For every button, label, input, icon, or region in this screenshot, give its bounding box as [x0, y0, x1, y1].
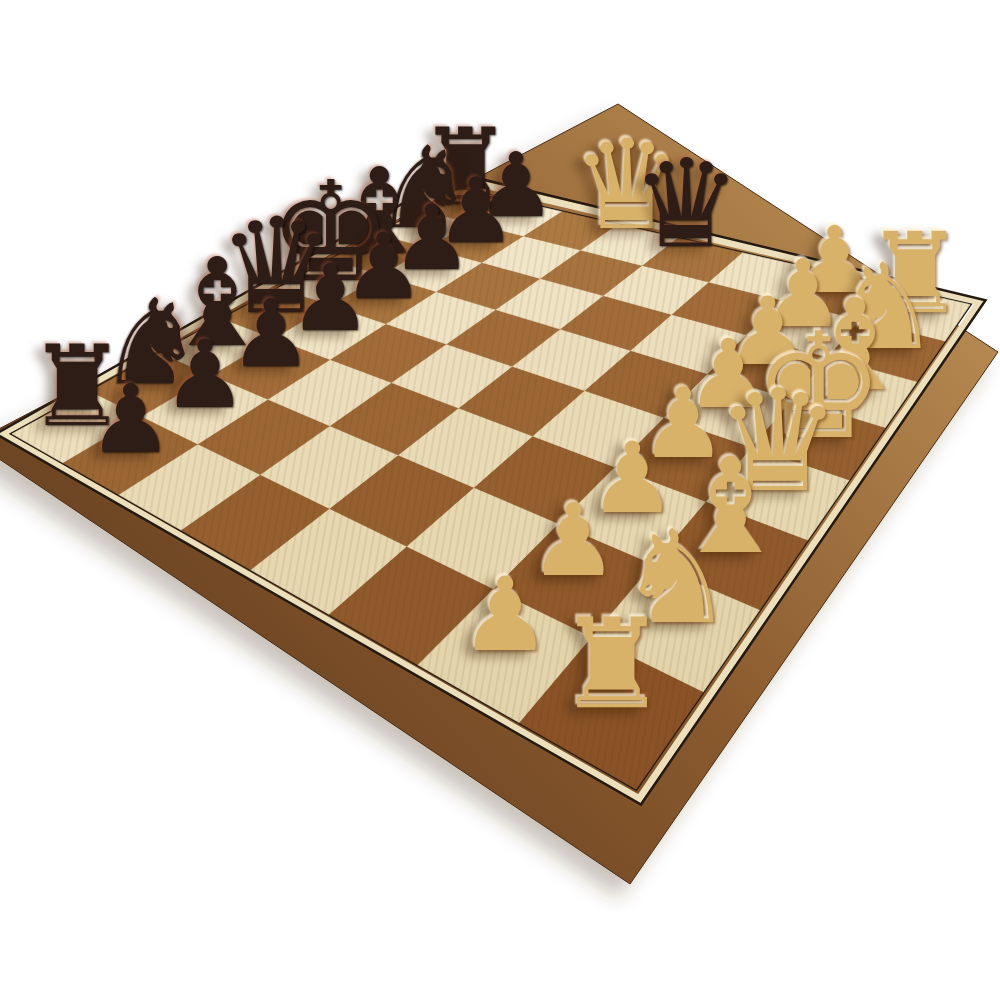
wood-grain-overlay — [12, 189, 970, 790]
chess-board — [0, 0, 1000, 1000]
photo-canvas: ♜♞♝♛♚♝♞♜♟♟♟♟♟♟♟♟♟♟♟♟♟♟♟♟♜♞♝♛♚♝♞♜♛♛ — [0, 0, 1000, 1000]
